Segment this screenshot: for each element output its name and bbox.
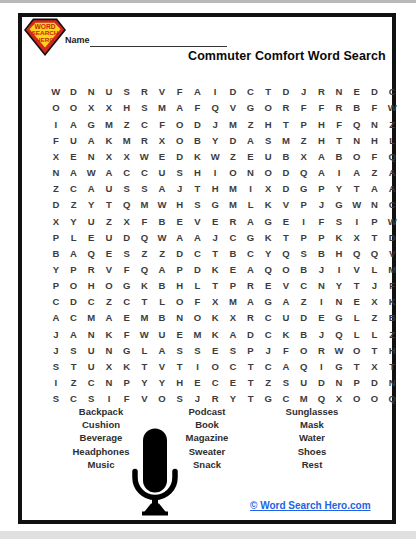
grid-cell-r14c8: O xyxy=(171,294,189,310)
grid-cell-r10c15: P xyxy=(295,229,313,245)
grid-cell-r4c11: D xyxy=(224,132,242,148)
grid-cell-r12c17: I xyxy=(330,262,348,278)
grid-cell-r13c17: Y xyxy=(330,278,348,294)
grid-cell-r2c15: F xyxy=(295,100,313,116)
grid-cell-r13c10: T xyxy=(206,278,224,294)
word-search-hero-credit-link[interactable]: © Word Search Hero.com xyxy=(250,500,370,511)
grid-cell-r16c13: C xyxy=(259,326,277,342)
grid-cell-r7c17: Y xyxy=(330,181,348,197)
grid-cell-r17c12: P xyxy=(242,342,260,358)
grid-cell-r16c15: B xyxy=(295,326,313,342)
grid-cell-r2c13: O xyxy=(259,100,277,116)
grid-cell-r4c10: Y xyxy=(206,132,224,148)
grid-cell-r17c14: F xyxy=(277,342,295,358)
grid-cell-r14c1: C xyxy=(47,294,65,310)
grid-cell-r15c5: E xyxy=(118,310,136,326)
grid-cell-r14c3: C xyxy=(82,294,100,310)
grid-cell-r11c7: Z xyxy=(153,245,171,261)
grid-cell-r7c20: A xyxy=(383,181,401,197)
grid-cell-r6c19: Z xyxy=(366,165,384,181)
grid-cell-r2c20: W xyxy=(383,100,401,116)
grid-cell-r2c4: X xyxy=(100,100,118,116)
grid-cell-r16c11: A xyxy=(224,326,242,342)
grid-cell-r5c16: A xyxy=(313,149,331,165)
grid-cell-r9c5: X xyxy=(118,213,136,229)
grid-cell-r4c9: B xyxy=(189,132,207,148)
grid-cell-r2c5: H xyxy=(118,100,136,116)
grid-cell-r16c14: K xyxy=(277,326,295,342)
grid-cell-r18c12: T xyxy=(242,359,260,375)
grid-cell-r11c20: V xyxy=(383,245,401,261)
grid-cell-r14c2: D xyxy=(65,294,83,310)
word-list-item: Shoes xyxy=(257,445,367,458)
grid-cell-r14c9: F xyxy=(189,294,207,310)
grid-cell-r17c10: E xyxy=(206,342,224,358)
grid-cell-r11c2: A xyxy=(65,245,83,261)
grid-cell-r9c12: A xyxy=(242,213,260,229)
grid-cell-r11c18: Q xyxy=(348,245,366,261)
grid-cell-r18c14: A xyxy=(277,359,295,375)
grid-cell-r8c8: H xyxy=(171,197,189,213)
grid-cell-r4c4: K xyxy=(100,132,118,148)
grid-cell-r16c3: N xyxy=(82,326,100,342)
grid-cell-r15c18: L xyxy=(348,310,366,326)
grid-cell-r3c10: J xyxy=(206,116,224,132)
grid-cell-r6c12: N xyxy=(242,165,260,181)
grid-cell-r17c5: G xyxy=(118,342,136,358)
grid-cell-r14c4: Z xyxy=(100,294,118,310)
grid-cell-r4c13: S xyxy=(259,132,277,148)
grid-cell-r8c4: T xyxy=(100,197,118,213)
grid-cell-r13c5: G xyxy=(118,278,136,294)
grid-cell-r10c3: E xyxy=(82,229,100,245)
word-list-item: Podcast xyxy=(152,405,262,418)
grid-cell-r7c5: S xyxy=(118,181,136,197)
grid-cell-r12c8: P xyxy=(171,262,189,278)
grid-cell-r5c17: B xyxy=(330,149,348,165)
grid-cell-r10c4: U xyxy=(100,229,118,245)
grid-cell-r7c7: A xyxy=(153,181,171,197)
grid-cell-r10c13: K xyxy=(259,229,277,245)
grid-cell-r9c9: V xyxy=(189,213,207,229)
grid-cell-r9c10: E xyxy=(206,213,224,229)
word-list-item: Sunglasses xyxy=(257,405,367,418)
grid-cell-r19c8: H xyxy=(171,375,189,391)
grid-cell-r7c18: T xyxy=(348,181,366,197)
grid-cell-r7c16: P xyxy=(313,181,331,197)
grid-cell-r5c14: B xyxy=(277,149,295,165)
grid-cell-r10c2: L xyxy=(65,229,83,245)
grid-cell-r15c19: Z xyxy=(366,310,384,326)
grid-cell-r19c14: S xyxy=(277,375,295,391)
grid-cell-r6c9: H xyxy=(189,165,207,181)
grid-cell-r12c9: D xyxy=(189,262,207,278)
grid-cell-r13c15: C xyxy=(295,278,313,294)
grid-cell-r9c3: U xyxy=(82,213,100,229)
grid-cell-r14c14: A xyxy=(277,294,295,310)
grid-cell-r12c1: Y xyxy=(47,262,65,278)
grid-cell-r3c1: I xyxy=(47,116,65,132)
grid-cell-r15c10: K xyxy=(206,310,224,326)
grid-cell-r15c4: A xyxy=(100,310,118,326)
grid-cell-r17c17: W xyxy=(330,342,348,358)
grid-cell-r10c18: X xyxy=(348,229,366,245)
grid-cell-r16c7: U xyxy=(153,326,171,342)
grid-cell-r7c9: T xyxy=(189,181,207,197)
grid-cell-r1c8: F xyxy=(171,84,189,100)
grid-cell-r11c17: H xyxy=(330,245,348,261)
grid-cell-r1c13: T xyxy=(259,84,277,100)
microphone-icon xyxy=(130,427,180,517)
grid-cell-r6c2: A xyxy=(65,165,83,181)
grid-cell-r10c7: W xyxy=(153,229,171,245)
grid-cell-r11c9: C xyxy=(189,245,207,261)
grid-cell-r3c14: T xyxy=(277,116,295,132)
grid-cell-r16c17: Q xyxy=(330,326,348,342)
grid-cell-r16c8: E xyxy=(171,326,189,342)
grid-cell-r14c12: A xyxy=(242,294,260,310)
grid-cell-r3c15: P xyxy=(295,116,313,132)
grid-cell-r15c7: B xyxy=(153,310,171,326)
page-edge-top xyxy=(0,0,416,3)
grid-cell-r2c14: R xyxy=(277,100,295,116)
grid-cell-r13c20: F xyxy=(383,278,401,294)
grid-cell-r9c20: W xyxy=(383,213,401,229)
grid-cell-r13c14: V xyxy=(277,278,295,294)
grid-cell-r7c19: A xyxy=(366,181,384,197)
grid-cell-r4c6: R xyxy=(136,132,154,148)
grid-cell-r1c5: S xyxy=(118,84,136,100)
grid-cell-r12c6: Q xyxy=(136,262,154,278)
grid-cell-r5c8: D xyxy=(171,149,189,165)
grid-cell-r3c3: G xyxy=(82,116,100,132)
grid-cell-r7c1: Z xyxy=(47,181,65,197)
grid-cell-r11c16: B xyxy=(313,245,331,261)
grid-cell-r1c10: I xyxy=(206,84,224,100)
grid-cell-r4c3: A xyxy=(82,132,100,148)
grid-cell-r12c2: P xyxy=(65,262,83,278)
grid-cell-r11c15: S xyxy=(295,245,313,261)
grid-cell-r8c10: G xyxy=(206,197,224,213)
grid-cell-r8c5: Q xyxy=(118,197,136,213)
logo-line-2: SEARCH xyxy=(32,29,60,36)
grid-cell-r5c15: X xyxy=(295,149,313,165)
grid-cell-r16c20: Z xyxy=(383,326,401,342)
grid-cell-r5c6: W xyxy=(136,149,154,165)
grid-cell-r4c5: M xyxy=(118,132,136,148)
grid-cell-r3c17: F xyxy=(330,116,348,132)
grid-cell-r13c9: L xyxy=(189,278,207,294)
grid-cell-r3c20: Z xyxy=(383,116,401,132)
logo-line-3: HERO xyxy=(36,37,54,43)
grid-cell-r17c16: R xyxy=(313,342,331,358)
grid-cell-r2c1: O xyxy=(47,100,65,116)
grid-cell-r14c17: N xyxy=(330,294,348,310)
grid-cell-r17c15: O xyxy=(295,342,313,358)
grid-cell-r2c17: R xyxy=(330,100,348,116)
grid-cell-r1c4: U xyxy=(100,84,118,100)
grid-cell-r9c8: E xyxy=(171,213,189,229)
grid-cell-r6c10: I xyxy=(206,165,224,181)
grid-cell-r11c14: Q xyxy=(277,245,295,261)
grid-cell-r1c9: A xyxy=(189,84,207,100)
grid-cell-r3c4: M xyxy=(100,116,118,132)
grid-cell-r19c19: D xyxy=(366,375,384,391)
grid-cell-r5c7: E xyxy=(153,149,171,165)
grid-cell-r14c15: Z xyxy=(295,294,313,310)
grid-cell-r8c17: G xyxy=(330,197,348,213)
grid-cell-r19c5: P xyxy=(118,375,136,391)
grid-cell-r14c19: X xyxy=(366,294,384,310)
grid-cell-r19c15: U xyxy=(295,375,313,391)
grid-cell-r19c12: T xyxy=(242,375,260,391)
grid-cell-r3c19: N xyxy=(366,116,384,132)
grid-cell-r10c10: J xyxy=(206,229,224,245)
grid-cell-r18c19: X xyxy=(366,359,384,375)
grid-cell-r14c18: E xyxy=(348,294,366,310)
grid-cell-r9c17: S xyxy=(330,213,348,229)
grid-cell-r17c19: T xyxy=(366,342,384,358)
grid-cell-r11c13: Y xyxy=(259,245,277,261)
grid-cell-r11c1: B xyxy=(47,245,65,261)
grid-cell-r14c20: K xyxy=(383,294,401,310)
grid-cell-r8c16: J xyxy=(313,197,331,213)
grid-cell-r15c14: U xyxy=(277,310,295,326)
grid-cell-r5c12: E xyxy=(242,149,260,165)
grid-cell-r5c11: Z xyxy=(224,149,242,165)
grid-cell-r2c10: Q xyxy=(206,100,224,116)
grid-cell-r13c13: E xyxy=(259,278,277,294)
grid-cell-r7c12: I xyxy=(242,181,260,197)
grid-cell-r18c6: T xyxy=(136,359,154,375)
grid-cell-r12c18: V xyxy=(348,262,366,278)
grid-cell-r17c13: J xyxy=(259,342,277,358)
grid-cell-r1c11: D xyxy=(224,84,242,100)
grid-cell-r11c6: Z xyxy=(136,245,154,261)
grid-cell-r19c1: I xyxy=(47,375,65,391)
grid-cell-r16c2: A xyxy=(65,326,83,342)
grid-cell-r5c4: X xyxy=(100,149,118,165)
grid-cell-r6c14: D xyxy=(277,165,295,181)
grid-cell-r15c2: C xyxy=(65,310,83,326)
grid-cell-r5c9: K xyxy=(189,149,207,165)
grid-cell-r7c11: M xyxy=(224,181,242,197)
grid-cell-r16c5: F xyxy=(118,326,136,342)
grid-cell-r4c12: A xyxy=(242,132,260,148)
name-blank-line xyxy=(90,33,227,47)
grid-cell-r10c11: C xyxy=(224,229,242,245)
grid-cell-r19c20: N xyxy=(383,375,401,391)
grid-cell-r2c19: F xyxy=(366,100,384,116)
grid-cell-r16c6: W xyxy=(136,326,154,342)
grid-cell-r7c3: A xyxy=(82,181,100,197)
grid-cell-r11c19: Q xyxy=(366,245,384,261)
grid-cell-r7c4: U xyxy=(100,181,118,197)
grid-cell-r12c3: R xyxy=(82,262,100,278)
grid-cell-r14c13: G xyxy=(259,294,277,310)
grid-cell-r7c13: X xyxy=(259,181,277,197)
grid-cell-r4c19: H xyxy=(366,132,384,148)
grid-cell-r12c12: A xyxy=(242,262,260,278)
grid-cell-r7c10: H xyxy=(206,181,224,197)
grid-cell-r9c7: B xyxy=(153,213,171,229)
grid-cell-r9c6: F xyxy=(136,213,154,229)
grid-cell-r16c4: K xyxy=(100,326,118,342)
grid-cell-r6c20: A xyxy=(383,165,401,181)
grid-cell-r9c4: Z xyxy=(100,213,118,229)
grid-cell-r5c19: F xyxy=(366,149,384,165)
grid-cell-r11c3: Q xyxy=(82,245,100,261)
grid-cell-r19c13: Z xyxy=(259,375,277,391)
grid-cell-r12c16: J xyxy=(313,262,331,278)
grid-cell-r16c1: J xyxy=(47,326,65,342)
grid-cell-r6c15: Q xyxy=(295,165,313,181)
grid-cell-r5c20: Q xyxy=(383,149,401,165)
grid-cell-r1c14: D xyxy=(277,84,295,100)
grid-cell-r5c3: N xyxy=(82,149,100,165)
word-search-hero-shield-icon: WORD SEARCH HERO xyxy=(23,17,67,57)
grid-cell-r11c8: D xyxy=(171,245,189,261)
grid-cell-r14c5: C xyxy=(118,294,136,310)
grid-cell-r15c11: X xyxy=(224,310,242,326)
grid-cell-r4c20: L xyxy=(383,132,401,148)
grid-cell-r6c8: S xyxy=(171,165,189,181)
grid-cell-r1c1: W xyxy=(47,84,65,100)
grid-cell-r18c5: K xyxy=(118,359,136,375)
grid-cell-r19c9: E xyxy=(189,375,207,391)
grid-cell-r18c16: I xyxy=(313,359,331,375)
grid-cell-r8c2: Z xyxy=(65,197,83,213)
grid-cell-r8c15: P xyxy=(295,197,313,213)
grid-cell-r2c16: F xyxy=(313,100,331,116)
grid-cell-r6c18: A xyxy=(348,165,366,181)
grid-cell-r16c9: M xyxy=(189,326,207,342)
grid-cell-r9c14: E xyxy=(277,213,295,229)
grid-cell-r11c4: E xyxy=(100,245,118,261)
grid-cell-r10c20: D xyxy=(383,229,401,245)
grid-cell-r12c19: L xyxy=(366,262,384,278)
grid-cell-r17c2: S xyxy=(65,342,83,358)
grid-cell-r17c4: N xyxy=(100,342,118,358)
grid-cell-r12c5: F xyxy=(118,262,136,278)
grid-cell-r18c1: S xyxy=(47,359,65,375)
grid-cell-r4c17: T xyxy=(330,132,348,148)
grid-cell-r2c18: B xyxy=(348,100,366,116)
grid-cell-r20c20: Q xyxy=(383,391,401,407)
grid-cell-r18c4: X xyxy=(100,359,118,375)
grid-cell-r12c10: K xyxy=(206,262,224,278)
grid-cell-r9c2: Y xyxy=(65,213,83,229)
grid-cell-r3c2: A xyxy=(65,116,83,132)
grid-cell-r9c18: I xyxy=(348,213,366,229)
grid-cell-r10c8: A xyxy=(171,229,189,245)
grid-cell-r12c11: E xyxy=(224,262,242,278)
grid-cell-r12c20: M xyxy=(383,262,401,278)
grid-cell-r2c8: A xyxy=(171,100,189,116)
grid-cell-r17c9: S xyxy=(189,342,207,358)
grid-cell-r19c11: E xyxy=(224,375,242,391)
grid-cell-r8c7: W xyxy=(153,197,171,213)
grid-cell-r19c4: N xyxy=(100,375,118,391)
grid-cell-r2c12: G xyxy=(242,100,260,116)
grid-cell-r13c16: N xyxy=(313,278,331,294)
grid-cell-r3c5: Z xyxy=(118,116,136,132)
grid-cell-r1c18: E xyxy=(348,84,366,100)
grid-cell-r5c10: W xyxy=(206,149,224,165)
grid-cell-r15c20: B xyxy=(383,310,401,326)
grid-cell-r3c8: O xyxy=(171,116,189,132)
grid-cell-r7c14: D xyxy=(277,181,295,197)
grid-cell-r17c6: L xyxy=(136,342,154,358)
grid-cell-r2c11: V xyxy=(224,100,242,116)
grid-cell-r15c1: A xyxy=(47,310,65,326)
grid-cell-r3c16: H xyxy=(313,116,331,132)
grid-cell-r15c8: N xyxy=(171,310,189,326)
grid-cell-r18c7: V xyxy=(153,359,171,375)
grid-cell-r17c11: S xyxy=(224,342,242,358)
grid-cell-r17c20: H xyxy=(383,342,401,358)
grid-cell-r10c14: T xyxy=(277,229,295,245)
grid-cell-r1c20: C xyxy=(383,84,401,100)
grid-cell-r19c16: D xyxy=(313,375,331,391)
grid-cell-r4c15: Z xyxy=(295,132,313,148)
grid-cell-r6c7: U xyxy=(153,165,171,181)
grid-cell-r10c17: K xyxy=(330,229,348,245)
grid-cell-r16c10: K xyxy=(206,326,224,342)
grid-cell-r4c16: H xyxy=(313,132,331,148)
grid-cell-r19c7: Y xyxy=(153,375,171,391)
grid-cell-r6c5: C xyxy=(118,165,136,181)
grid-cell-r4c18: N xyxy=(348,132,366,148)
grid-cell-r13c1: P xyxy=(47,278,65,294)
grid-cell-r10c1: P xyxy=(47,229,65,245)
grid-cell-r5c2: E xyxy=(65,149,83,165)
grid-cell-r1c12: C xyxy=(242,84,260,100)
grid-cell-r11c10: T xyxy=(206,245,224,261)
grid-cell-r8c12: L xyxy=(242,197,260,213)
grid-cell-r10c5: D xyxy=(118,229,136,245)
grid-cell-r8c14: V xyxy=(277,197,295,213)
grid-cell-r5c5: X xyxy=(118,149,136,165)
grid-cell-r17c7: A xyxy=(153,342,171,358)
grid-cell-r18c2: T xyxy=(65,359,83,375)
grid-cell-r17c1: J xyxy=(47,342,65,358)
grid-cell-r15c13: C xyxy=(259,310,277,326)
grid-cell-r6c16: A xyxy=(313,165,331,181)
word-search-grid: WDNUSRVFAIDCTDJRNEDCOOXXHSMAFQVGORFFRBFW… xyxy=(47,84,401,407)
grid-cell-r18c3: U xyxy=(82,359,100,375)
grid-cell-r16c16: J xyxy=(313,326,331,342)
grid-cell-r13c7: B xyxy=(153,278,171,294)
grid-cell-r10c16: P xyxy=(313,229,331,245)
word-list-item: Rest xyxy=(257,458,367,471)
grid-cell-r14c6: T xyxy=(136,294,154,310)
grid-cell-r17c3: U xyxy=(82,342,100,358)
grid-cell-r2c2: O xyxy=(65,100,83,116)
grid-cell-r8c19: N xyxy=(366,197,384,213)
grid-cell-r6c11: O xyxy=(224,165,242,181)
grid-cell-r8c9: S xyxy=(189,197,207,213)
grid-cell-r11c11: B xyxy=(224,245,242,261)
grid-cell-r15c6: M xyxy=(136,310,154,326)
grid-cell-r18c20: T xyxy=(383,359,401,375)
grid-cell-r3c9: D xyxy=(189,116,207,132)
grid-cell-r18c8: T xyxy=(171,359,189,375)
grid-cell-r7c6: S xyxy=(136,181,154,197)
grid-cell-r19c10: C xyxy=(206,375,224,391)
grid-cell-r7c2: C xyxy=(65,181,83,197)
grid-cell-r10c12: G xyxy=(242,229,260,245)
